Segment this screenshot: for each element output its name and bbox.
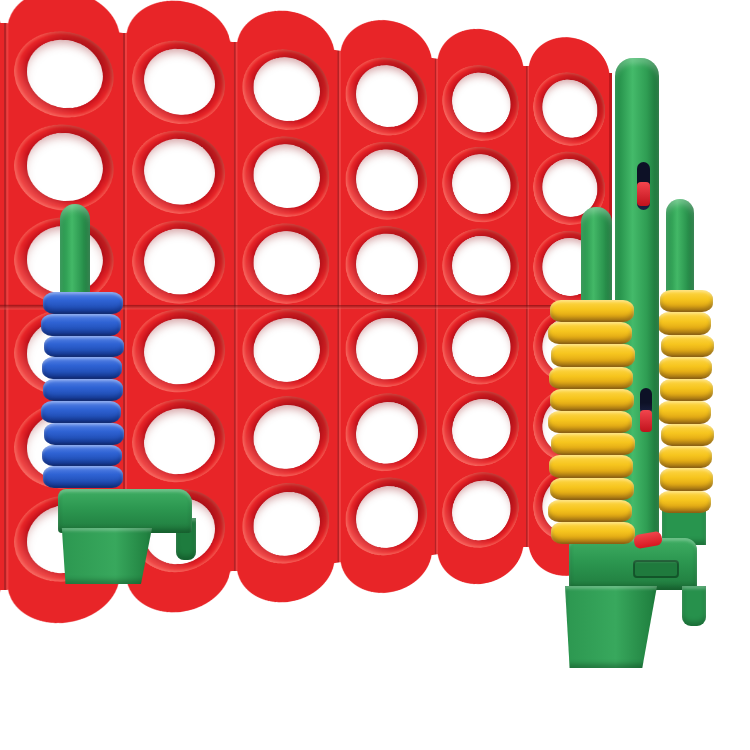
board-cell-r6c6 bbox=[435, 467, 526, 555]
blue-disc bbox=[43, 292, 123, 314]
disc-peg-left bbox=[60, 204, 90, 299]
hole-ring bbox=[242, 46, 329, 132]
hole-ring bbox=[346, 475, 427, 558]
hole bbox=[452, 235, 510, 295]
hole bbox=[253, 490, 319, 558]
base-right-rear-foot bbox=[682, 586, 706, 626]
hole bbox=[452, 398, 510, 460]
hole bbox=[253, 231, 319, 295]
board-cell-r3c3 bbox=[123, 215, 234, 306]
hole-ring bbox=[442, 145, 518, 223]
hole bbox=[355, 484, 417, 550]
hole-ring bbox=[346, 139, 427, 220]
hole-ring bbox=[346, 54, 427, 137]
hole-ring bbox=[346, 310, 427, 389]
yellow-disc bbox=[660, 290, 713, 312]
yellow-disc bbox=[660, 379, 713, 401]
hole bbox=[253, 318, 319, 382]
blue-disc bbox=[43, 379, 123, 401]
hole bbox=[355, 63, 417, 129]
yellow-disc bbox=[548, 322, 632, 344]
hole-ring bbox=[442, 310, 518, 386]
hole-ring bbox=[442, 62, 518, 143]
hole-ring bbox=[132, 37, 225, 126]
hole bbox=[542, 78, 597, 140]
hole-ring bbox=[14, 122, 113, 212]
hole-ring bbox=[132, 310, 225, 394]
board-cell-r2c6 bbox=[435, 141, 526, 226]
board-cell-r1c4 bbox=[234, 42, 338, 136]
board-cell-r5c6 bbox=[435, 387, 526, 472]
yellow-disc bbox=[548, 411, 632, 433]
yellow-disc bbox=[550, 300, 634, 322]
hole-ring bbox=[442, 470, 518, 551]
hole-ring bbox=[533, 70, 605, 148]
base-right-foot bbox=[565, 586, 657, 668]
board-cell-r1c3 bbox=[123, 33, 234, 130]
board-cell-r5c4 bbox=[234, 392, 338, 483]
board-cell-r1c6 bbox=[435, 58, 526, 146]
yellow-disc bbox=[658, 491, 711, 513]
red-slider-lower[interactable] bbox=[640, 410, 652, 432]
blue-disc bbox=[42, 445, 122, 467]
blue-disc bbox=[44, 423, 124, 445]
base-left-foot bbox=[60, 528, 152, 584]
hole bbox=[143, 137, 214, 206]
base-left-bar bbox=[58, 489, 192, 533]
hole bbox=[355, 148, 417, 212]
board-cell-r3c6 bbox=[435, 224, 526, 307]
blue-disc bbox=[43, 466, 123, 488]
yellow-disc bbox=[551, 522, 635, 544]
yellow-disc bbox=[658, 312, 711, 334]
blue-disc bbox=[41, 401, 121, 423]
yellow-disc bbox=[659, 357, 712, 379]
blue-disc bbox=[44, 336, 124, 358]
board-cell-r1c7 bbox=[526, 66, 612, 151]
yellow-disc-stack-rear bbox=[659, 290, 712, 513]
hole-ring bbox=[242, 134, 329, 218]
yellow-disc bbox=[658, 401, 711, 423]
yellow-disc bbox=[551, 433, 635, 455]
yellow-disc bbox=[549, 367, 633, 389]
yellow-disc bbox=[548, 500, 632, 522]
blue-disc-stack bbox=[42, 292, 122, 488]
hole bbox=[143, 318, 214, 385]
board-cell-r4c5 bbox=[337, 307, 434, 392]
yellow-disc bbox=[550, 389, 634, 411]
yellow-disc bbox=[661, 424, 714, 446]
board-cell-r1c5 bbox=[337, 50, 434, 141]
disc-peg-right-rear bbox=[666, 199, 694, 299]
hole bbox=[253, 55, 319, 123]
board-cell-r4c4 bbox=[234, 307, 338, 395]
blue-disc bbox=[42, 357, 122, 379]
hole-ring bbox=[14, 27, 113, 120]
board-cell-r6c4 bbox=[234, 477, 338, 571]
board-cell-r1c2 bbox=[4, 23, 123, 124]
hole bbox=[253, 143, 319, 209]
red-slider-upper[interactable] bbox=[637, 182, 650, 206]
yellow-disc bbox=[661, 335, 714, 357]
hole-ring bbox=[442, 390, 518, 468]
hole bbox=[355, 233, 417, 295]
hole-ring bbox=[346, 392, 427, 473]
board-cell-r3c5 bbox=[337, 221, 434, 306]
hole bbox=[355, 401, 417, 465]
hole-ring bbox=[242, 222, 329, 303]
hole bbox=[452, 479, 510, 543]
hole bbox=[452, 71, 510, 135]
hole-ring bbox=[346, 225, 427, 304]
board-cell-r5c5 bbox=[337, 389, 434, 477]
hole-ring bbox=[242, 310, 329, 391]
board-cell-r4c3 bbox=[123, 307, 234, 398]
hole bbox=[143, 47, 214, 118]
hole-ring bbox=[132, 219, 225, 303]
hole-ring bbox=[132, 128, 225, 215]
board-cell-r2c5 bbox=[337, 136, 434, 224]
hole bbox=[143, 228, 214, 295]
yellow-disc bbox=[659, 446, 712, 468]
hole bbox=[26, 37, 102, 110]
board-cell-r5c3 bbox=[123, 395, 234, 489]
disc-peg-right-front bbox=[581, 207, 612, 307]
yellow-disc bbox=[549, 455, 633, 477]
yellow-disc bbox=[660, 468, 713, 490]
hole-ring bbox=[242, 395, 329, 479]
hole-ring bbox=[442, 227, 518, 303]
board-cell-r2c3 bbox=[123, 124, 234, 218]
yellow-disc bbox=[550, 478, 634, 500]
board-cell-r3c4 bbox=[234, 218, 338, 306]
board-cell-r4c6 bbox=[435, 307, 526, 390]
hole bbox=[355, 318, 417, 380]
embossed-brand-badge bbox=[633, 560, 679, 578]
hole bbox=[452, 153, 510, 215]
yellow-disc bbox=[551, 344, 635, 366]
hole-ring bbox=[242, 481, 329, 567]
yellow-disc-stack-front bbox=[549, 300, 633, 544]
board-cell-r6c5 bbox=[337, 472, 434, 563]
hole bbox=[452, 317, 510, 377]
hole bbox=[26, 131, 102, 202]
hole-ring bbox=[132, 398, 225, 485]
board-cell-r2c2 bbox=[4, 118, 123, 216]
board-cell-r2c4 bbox=[234, 130, 338, 221]
blue-disc bbox=[41, 314, 121, 336]
hole bbox=[143, 407, 214, 476]
product-photo-stage bbox=[0, 0, 750, 750]
hole bbox=[253, 404, 319, 470]
